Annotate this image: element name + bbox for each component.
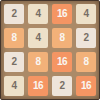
tile-r3c3: 16 <box>52 52 72 72</box>
tile-r1c3: 16 <box>52 4 72 24</box>
tile-r2c2: 4 <box>28 28 48 48</box>
tile-r1c1: 2 <box>4 4 24 24</box>
tile-r2c4: 2 <box>76 28 96 48</box>
tile-r4c1: 4 <box>4 76 24 96</box>
2048-board[interactable]: 24164848228168416216 <box>0 0 100 100</box>
tile-r3c1: 2 <box>4 52 24 72</box>
tile-r1c2: 4 <box>28 4 48 24</box>
tile-r4c3: 2 <box>52 76 72 96</box>
tile-r3c4: 8 <box>76 52 96 72</box>
tile-r2c1: 8 <box>4 28 24 48</box>
tile-r4c2: 16 <box>28 76 48 96</box>
tile-r3c2: 8 <box>28 52 48 72</box>
tile-r4c4: 16 <box>76 76 96 96</box>
tile-r1c4: 4 <box>76 4 96 24</box>
tile-r2c3: 8 <box>52 28 72 48</box>
